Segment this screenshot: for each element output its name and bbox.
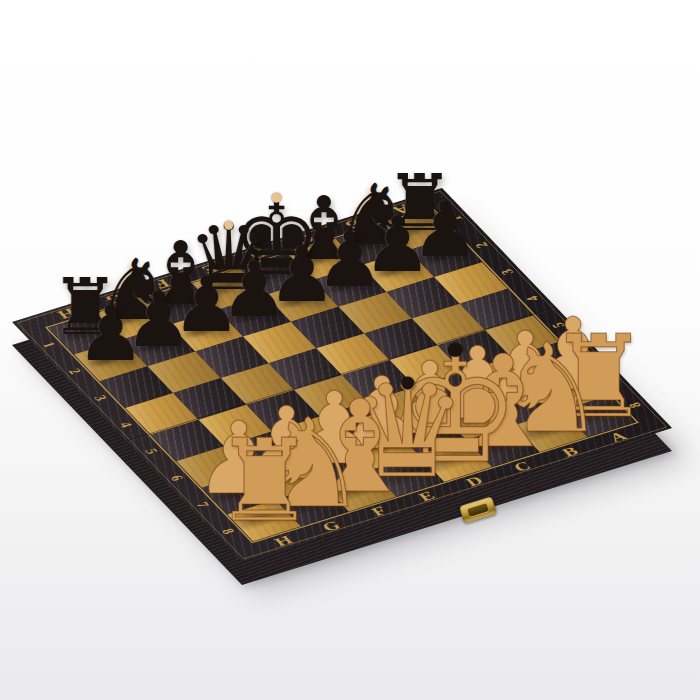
scene: HGFEDCBAHGFEDCBA1234567812345678 ♜♞♝♚♛♝♞… [0,0,700,700]
piece-white-rook-h8: ♜ [213,427,315,535]
pieces-layer: ♜♞♝♚♛♝♞♜♟♟♟♟♟♟♟♟♟♟♟♟♟♟♟♟♜♞♝♚♛♝♞♜ [0,0,700,700]
finial-tip [271,193,281,203]
finial-tip [224,221,233,230]
piece-black-pawn-h2: ♟ [77,298,146,371]
